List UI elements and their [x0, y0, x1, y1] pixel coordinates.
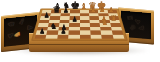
- chess-board: [35, 10, 125, 39]
- board-square: [101, 34, 113, 38]
- board-frame: [31, 9, 128, 41]
- drawer-piece-black-pawn: ♟: [138, 25, 146, 32]
- board-square: [68, 34, 79, 38]
- drawer-piece-white-knight: ♞: [13, 30, 22, 39]
- board-square: [90, 34, 102, 38]
- board-square: [80, 34, 91, 38]
- box-fold-seam: [29, 44, 129, 45]
- board-square: [46, 34, 58, 38]
- drawer-piece-black-pawn: ♟: [25, 24, 33, 30]
- board-square: [112, 34, 124, 38]
- board-square: [57, 34, 69, 38]
- chess-set-photo: ♞♝♟♟♞ ♜♟♛♟ ♝♞♚♝♛♚♛♟♟♟♟♟♟♟♜♞♞♟♟♟: [0, 0, 160, 62]
- drawer-piece-black-queen: ♛: [127, 23, 136, 32]
- drawer-piece-black-knight: ♞: [7, 20, 17, 29]
- board-perspective-wrapper: [31, 9, 128, 41]
